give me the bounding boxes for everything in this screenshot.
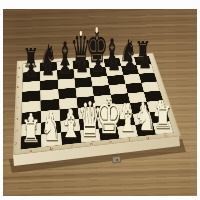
file-label-b: b [50, 147, 53, 151]
square-h1 [153, 121, 174, 134]
wood-grain-streak [3, 34, 197, 43]
rank-label-3: 3 [15, 118, 18, 121]
file-label-a: a [29, 149, 32, 153]
royal-finial [96, 27, 98, 33]
file-label-c: c [70, 145, 73, 148]
board-squares [20, 56, 173, 150]
square-c1 [61, 130, 81, 144]
rank-label-1: 1 [14, 142, 17, 145]
file-label-f: f [128, 138, 130, 141]
rank-label-4: 4 [16, 106, 19, 109]
square-a1 [21, 134, 42, 149]
rank-label-5: 5 [16, 96, 19, 99]
square-e1 [99, 127, 120, 141]
square-b1 [41, 132, 61, 147]
wood-grain-streak [3, 171, 197, 180]
rank-label-6: 6 [17, 86, 20, 89]
square-d1 [80, 128, 101, 142]
file-label-g: g [146, 136, 150, 139]
file-label-e: e [109, 140, 112, 143]
rank-label-7: 7 [17, 76, 20, 78]
product-photo: abcdefgh87654321 ♜♞♝♛♚♝♞♜♟♟♟♟♟♟♟♟♟♟♟♟♟♟♟… [3, 9, 197, 196]
royal-finial [80, 31, 82, 36]
rank-label-8: 8 [17, 67, 20, 69]
file-label-h: h [164, 134, 168, 137]
board-latch-icon [112, 155, 122, 163]
rank-label-2: 2 [15, 129, 18, 132]
file-label-d: d [90, 143, 93, 146]
